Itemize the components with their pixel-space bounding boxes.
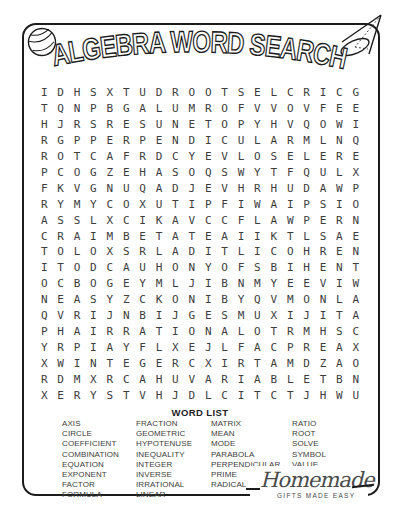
grid-cell[interactable]: Q	[52, 101, 68, 117]
grid-cell[interactable]: J	[184, 180, 200, 196]
grid-cell[interactable]: O	[184, 85, 200, 101]
grid-cell[interactable]: O	[52, 149, 68, 165]
grid-cell[interactable]: I	[134, 212, 150, 228]
grid-cell[interactable]: H	[151, 371, 167, 387]
grid-cell[interactable]: J	[184, 276, 200, 292]
grid-cell[interactable]: I	[216, 355, 232, 371]
grid-cell[interactable]: C	[331, 85, 347, 101]
grid-cell[interactable]: T	[167, 196, 183, 212]
grid-cell[interactable]: A	[167, 212, 183, 228]
grid-cell[interactable]: I	[200, 133, 216, 149]
grid-cell[interactable]: N	[69, 101, 85, 117]
grid-cell[interactable]: S	[102, 387, 118, 403]
grid-cell[interactable]: P	[282, 339, 298, 355]
grid-cell[interactable]: S	[233, 85, 249, 101]
grid-cell[interactable]: P	[298, 212, 314, 228]
grid-cell[interactable]: I	[200, 276, 216, 292]
grid-cell[interactable]: T	[348, 260, 364, 276]
grid-cell[interactable]: L	[298, 228, 314, 244]
grid-cell[interactable]: L	[249, 133, 265, 149]
grid-cell[interactable]: A	[118, 260, 134, 276]
grid-cell[interactable]: P	[348, 180, 364, 196]
grid-cell[interactable]: W	[348, 276, 364, 292]
grid-cell[interactable]: S	[167, 164, 183, 180]
grid-cell[interactable]: T	[151, 228, 167, 244]
grid-cell[interactable]: R	[69, 308, 85, 324]
grid-cell[interactable]: R	[134, 149, 150, 165]
grid-cell[interactable]: M	[102, 228, 118, 244]
grid-cell[interactable]: O	[167, 260, 183, 276]
grid-cell[interactable]: A	[151, 164, 167, 180]
grid-cell[interactable]: B	[266, 371, 282, 387]
grid-cell[interactable]: P	[200, 196, 216, 212]
grid-cell[interactable]: X	[36, 355, 52, 371]
grid-cell[interactable]: P	[85, 133, 101, 149]
grid-cell[interactable]: S	[249, 260, 265, 276]
grid-cell[interactable]: E	[118, 276, 134, 292]
grid-cell[interactable]: J	[298, 387, 314, 403]
grid-cell[interactable]: Z	[102, 164, 118, 180]
grid-cell[interactable]: O	[200, 85, 216, 101]
grid-cell[interactable]: T	[216, 244, 232, 260]
grid-cell[interactable]: H	[69, 85, 85, 101]
grid-cell[interactable]: I	[348, 117, 364, 133]
grid-cell[interactable]: K	[52, 180, 68, 196]
grid-cell[interactable]: A	[249, 371, 265, 387]
grid-cell[interactable]: H	[298, 244, 314, 260]
grid-cell[interactable]: L	[233, 323, 249, 339]
grid-cell[interactable]: E	[298, 371, 314, 387]
grid-cell[interactable]: C	[36, 228, 52, 244]
grid-cell[interactable]: R	[167, 355, 183, 371]
grid-cell[interactable]: R	[282, 133, 298, 149]
grid-cell[interactable]: A	[331, 339, 347, 355]
grid-cell[interactable]: I	[233, 228, 249, 244]
grid-cell[interactable]: D	[167, 180, 183, 196]
grid-cell[interactable]: Y	[52, 196, 68, 212]
grid-cell[interactable]: C	[167, 149, 183, 165]
grid-cell[interactable]: V	[184, 212, 200, 228]
grid-cell[interactable]: V	[134, 387, 150, 403]
grid-cell[interactable]: A	[315, 180, 331, 196]
grid-cell[interactable]: F	[36, 180, 52, 196]
grid-cell[interactable]: E	[134, 228, 150, 244]
grid-cell[interactable]: Y	[249, 164, 265, 180]
grid-cell[interactable]: P	[85, 101, 101, 117]
grid-cell[interactable]: X	[102, 85, 118, 101]
grid-cell[interactable]: M	[151, 276, 167, 292]
grid-cell[interactable]: V	[266, 292, 282, 308]
grid-cell[interactable]: R	[167, 85, 183, 101]
grid-cell[interactable]: F	[233, 339, 249, 355]
grid-cell[interactable]: A	[134, 371, 150, 387]
grid-cell[interactable]: C	[216, 387, 232, 403]
grid-cell[interactable]: Y	[200, 260, 216, 276]
grid-cell[interactable]: U	[151, 117, 167, 133]
grid-cell[interactable]: O	[167, 292, 183, 308]
grid-cell[interactable]: I	[282, 196, 298, 212]
grid-cell[interactable]: F	[134, 339, 150, 355]
grid-cell[interactable]: T	[282, 228, 298, 244]
grid-cell[interactable]: E	[315, 212, 331, 228]
grid-cell[interactable]: Z	[315, 355, 331, 371]
grid-cell[interactable]: R	[36, 196, 52, 212]
grid-cell[interactable]: Y	[266, 276, 282, 292]
grid-cell[interactable]: S	[216, 308, 232, 324]
grid-cell[interactable]: B	[134, 308, 150, 324]
grid-cell[interactable]: E	[282, 149, 298, 165]
grid-cell[interactable]: Y	[249, 117, 265, 133]
grid-cell[interactable]: F	[233, 101, 249, 117]
grid-cell[interactable]: E	[200, 149, 216, 165]
grid-cell[interactable]: R	[52, 228, 68, 244]
grid-cell[interactable]: Y	[233, 292, 249, 308]
grid-cell[interactable]: E	[348, 228, 364, 244]
grid-cell[interactable]: C	[266, 339, 282, 355]
grid-cell[interactable]: E	[184, 339, 200, 355]
grid-cell[interactable]: N	[36, 292, 52, 308]
grid-cell[interactable]: W	[282, 212, 298, 228]
grid-cell[interactable]: A	[134, 323, 150, 339]
grid-cell[interactable]: E	[151, 355, 167, 371]
grid-cell[interactable]: L	[233, 149, 249, 165]
grid-cell[interactable]: R	[134, 244, 150, 260]
grid-cell[interactable]: I	[85, 339, 101, 355]
grid-cell[interactable]: V	[52, 308, 68, 324]
grid-cell[interactable]: T	[216, 85, 232, 101]
grid-cell[interactable]: C	[85, 149, 101, 165]
grid-cell[interactable]: V	[266, 101, 282, 117]
grid-cell[interactable]: H	[151, 260, 167, 276]
grid-cell[interactable]: Q	[36, 308, 52, 324]
grid-cell[interactable]: H	[298, 260, 314, 276]
grid-cell[interactable]: N	[167, 133, 183, 149]
grid-cell[interactable]: I	[69, 355, 85, 371]
grid-cell[interactable]: N	[184, 260, 200, 276]
grid-cell[interactable]: A	[134, 101, 150, 117]
grid-cell[interactable]: D	[151, 149, 167, 165]
grid-cell[interactable]: L	[331, 164, 347, 180]
grid-cell[interactable]: R	[298, 85, 314, 101]
grid-cell[interactable]: M	[282, 292, 298, 308]
grid-cell[interactable]: I	[233, 387, 249, 403]
grid-cell[interactable]: B	[69, 276, 85, 292]
grid-cell[interactable]: G	[85, 164, 101, 180]
grid-cell[interactable]: O	[298, 292, 314, 308]
grid-cell[interactable]: D	[184, 387, 200, 403]
grid-cell[interactable]: U	[134, 260, 150, 276]
grid-cell[interactable]: V	[315, 276, 331, 292]
grid-cell[interactable]: R	[315, 244, 331, 260]
grid-cell[interactable]: W	[233, 164, 249, 180]
grid-cell[interactable]: F	[315, 101, 331, 117]
grid-cell[interactable]: E	[151, 133, 167, 149]
grid-cell[interactable]: B	[102, 101, 118, 117]
grid-cell[interactable]: X	[102, 212, 118, 228]
grid-cell[interactable]: P	[69, 133, 85, 149]
grid-cell[interactable]: Y	[118, 339, 134, 355]
grid-cell[interactable]: C	[102, 196, 118, 212]
grid-cell[interactable]: V	[298, 101, 314, 117]
grid-cell[interactable]: A	[151, 180, 167, 196]
grid-cell[interactable]: E	[200, 308, 216, 324]
grid-cell[interactable]: T	[282, 387, 298, 403]
grid-cell[interactable]: C	[266, 387, 282, 403]
grid-cell[interactable]: U	[167, 371, 183, 387]
grid-cell[interactable]: Y	[134, 276, 150, 292]
grid-cell[interactable]: D	[184, 244, 200, 260]
grid-cell[interactable]: I	[36, 260, 52, 276]
grid-cell[interactable]: T	[151, 323, 167, 339]
grid-cell[interactable]: E	[118, 117, 134, 133]
grid-cell[interactable]: H	[151, 387, 167, 403]
grid-cell[interactable]: X	[167, 339, 183, 355]
grid-cell[interactable]: C	[200, 212, 216, 228]
grid-cell[interactable]: S	[331, 323, 347, 339]
grid-cell[interactable]: I	[184, 196, 200, 212]
grid-cell[interactable]: V	[216, 180, 232, 196]
grid-cell[interactable]: L	[151, 101, 167, 117]
grid-cell[interactable]: Y	[102, 292, 118, 308]
grid-cell[interactable]: O	[69, 260, 85, 276]
grid-cell[interactable]: N	[184, 292, 200, 308]
grid-cell[interactable]: D	[85, 260, 101, 276]
grid-cell[interactable]: I	[331, 196, 347, 212]
grid-cell[interactable]: C	[216, 212, 232, 228]
grid-cell[interactable]: L	[233, 244, 249, 260]
grid-cell[interactable]: R	[69, 387, 85, 403]
grid-cell[interactable]: N	[102, 180, 118, 196]
grid-cell[interactable]: A	[331, 355, 347, 371]
grid-cell[interactable]: T	[52, 260, 68, 276]
grid-cell[interactable]: L	[331, 292, 347, 308]
grid-cell[interactable]: N	[167, 117, 183, 133]
grid-cell[interactable]: G	[85, 180, 101, 196]
grid-cell[interactable]: S	[134, 117, 150, 133]
grid-cell[interactable]: O	[118, 196, 134, 212]
grid-cell[interactable]: I	[151, 308, 167, 324]
grid-cell[interactable]: K	[151, 292, 167, 308]
grid-cell[interactable]: J	[102, 308, 118, 324]
grid-cell[interactable]: P	[233, 117, 249, 133]
grid-cell[interactable]: H	[315, 323, 331, 339]
grid-cell[interactable]: V	[216, 149, 232, 165]
grid-cell[interactable]: P	[69, 339, 85, 355]
grid-cell[interactable]: T	[118, 85, 134, 101]
grid-cell[interactable]: A	[266, 355, 282, 371]
grid-cell[interactable]: S	[118, 244, 134, 260]
grid-cell[interactable]: C	[282, 85, 298, 101]
grid-cell[interactable]: Q	[348, 133, 364, 149]
grid-cell[interactable]: R	[52, 339, 68, 355]
grid-cell[interactable]: I	[249, 244, 265, 260]
grid-cell[interactable]: Q	[298, 117, 314, 133]
grid-cell[interactable]: S	[266, 149, 282, 165]
grid-cell[interactable]: U	[134, 85, 150, 101]
grid-cell[interactable]: O	[85, 276, 101, 292]
grid-cell[interactable]: C	[52, 164, 68, 180]
grid-cell[interactable]: E	[118, 355, 134, 371]
grid-cell[interactable]: A	[36, 212, 52, 228]
grid-cell[interactable]: R	[118, 133, 134, 149]
grid-cell[interactable]: X	[200, 355, 216, 371]
grid-cell[interactable]: E	[282, 276, 298, 292]
grid-cell[interactable]: W	[249, 196, 265, 212]
grid-cell[interactable]: E	[315, 260, 331, 276]
grid-cell[interactable]: O	[315, 117, 331, 133]
grid-cell[interactable]: E	[331, 244, 347, 260]
grid-cell[interactable]: A	[266, 196, 282, 212]
grid-cell[interactable]: I	[233, 196, 249, 212]
grid-cell[interactable]: D	[52, 85, 68, 101]
grid-cell[interactable]: C	[266, 244, 282, 260]
grid-cell[interactable]: X	[85, 371, 101, 387]
grid-cell[interactable]: X	[36, 387, 52, 403]
grid-cell[interactable]: R	[102, 323, 118, 339]
grid-cell[interactable]: T	[315, 371, 331, 387]
grid-cell[interactable]: R	[200, 101, 216, 117]
grid-cell[interactable]: M	[69, 371, 85, 387]
grid-cell[interactable]: T	[249, 387, 265, 403]
grid-cell[interactable]: I	[282, 308, 298, 324]
grid-cell[interactable]: C	[184, 355, 200, 371]
grid-cell[interactable]: A	[102, 339, 118, 355]
grid-cell[interactable]: S	[85, 292, 101, 308]
grid-cell[interactable]: H	[266, 117, 282, 133]
grid-cell[interactable]: G	[102, 276, 118, 292]
grid-cell[interactable]: B	[216, 276, 232, 292]
grid-cell[interactable]: I	[249, 228, 265, 244]
grid-cell[interactable]: S	[216, 164, 232, 180]
grid-cell[interactable]: R	[233, 355, 249, 371]
grid-cell[interactable]: T	[36, 101, 52, 117]
grid-cell[interactable]: F	[216, 196, 232, 212]
grid-cell[interactable]: C	[216, 133, 232, 149]
grid-cell[interactable]: X	[266, 308, 282, 324]
grid-cell[interactable]: L	[151, 244, 167, 260]
grid-cell[interactable]: A	[249, 339, 265, 355]
grid-cell[interactable]: M	[249, 276, 265, 292]
grid-cell[interactable]: J	[200, 339, 216, 355]
grid-cell[interactable]: T	[184, 228, 200, 244]
grid-cell[interactable]: D	[298, 180, 314, 196]
grid-cell[interactable]: N	[233, 276, 249, 292]
grid-cell[interactable]: E	[315, 339, 331, 355]
grid-cell[interactable]: O	[216, 117, 232, 133]
grid-cell[interactable]: K	[151, 212, 167, 228]
grid-cell[interactable]: C	[118, 371, 134, 387]
grid-cell[interactable]: X	[134, 196, 150, 212]
grid-cell[interactable]: U	[249, 308, 265, 324]
grid-cell[interactable]: Y	[184, 149, 200, 165]
grid-cell[interactable]: O	[36, 276, 52, 292]
grid-cell[interactable]: O	[85, 244, 101, 260]
grid-cell[interactable]: T	[331, 308, 347, 324]
grid-cell[interactable]: R	[282, 323, 298, 339]
grid-cell[interactable]: T	[102, 355, 118, 371]
grid-cell[interactable]: O	[69, 164, 85, 180]
grid-cell[interactable]: W	[52, 355, 68, 371]
grid-cell[interactable]: I	[85, 308, 101, 324]
grid-cell[interactable]: V	[69, 180, 85, 196]
grid-cell[interactable]: J	[167, 308, 183, 324]
grid-cell[interactable]: U	[282, 180, 298, 196]
grid-cell[interactable]: I	[85, 323, 101, 339]
grid-cell[interactable]: B	[216, 292, 232, 308]
grid-cell[interactable]: Y	[85, 387, 101, 403]
grid-cell[interactable]: I	[282, 260, 298, 276]
grid-cell[interactable]: F	[118, 149, 134, 165]
grid-cell[interactable]: L	[85, 212, 101, 228]
grid-cell[interactable]: N	[348, 371, 364, 387]
grid-cell[interactable]: S	[315, 196, 331, 212]
grid-cell[interactable]: I	[331, 276, 347, 292]
grid-cell[interactable]: U	[315, 164, 331, 180]
grid-cell[interactable]: O	[216, 101, 232, 117]
grid-cell[interactable]: T	[249, 355, 265, 371]
grid-cell[interactable]: S	[52, 212, 68, 228]
grid-cell[interactable]: M	[233, 308, 249, 324]
grid-cell[interactable]: A	[266, 212, 282, 228]
grid-cell[interactable]: P	[298, 196, 314, 212]
grid-cell[interactable]: S	[315, 228, 331, 244]
grid-cell[interactable]: N	[348, 244, 364, 260]
grid-cell[interactable]: P	[36, 323, 52, 339]
grid-cell[interactable]: N	[200, 323, 216, 339]
grid-cell[interactable]: H	[134, 164, 150, 180]
grid-cell[interactable]: Y	[36, 339, 52, 355]
grid-cell[interactable]: R	[102, 117, 118, 133]
grid-cell[interactable]: O	[184, 323, 200, 339]
grid-cell[interactable]: E	[200, 228, 216, 244]
grid-cell[interactable]: E	[200, 180, 216, 196]
grid-cell[interactable]: X	[348, 339, 364, 355]
grid-cell[interactable]: F	[233, 260, 249, 276]
grid-cell[interactable]: U	[233, 133, 249, 149]
grid-cell[interactable]: R	[331, 212, 347, 228]
grid-cell[interactable]: I	[200, 292, 216, 308]
grid-cell[interactable]: L	[298, 149, 314, 165]
grid-cell[interactable]: C	[102, 260, 118, 276]
grid-cell[interactable]: M	[282, 355, 298, 371]
grid-cell[interactable]: M	[69, 196, 85, 212]
grid-cell[interactable]: J	[298, 308, 314, 324]
grid-cell[interactable]: R	[102, 371, 118, 387]
grid-cell[interactable]: E	[249, 85, 265, 101]
grid-cell[interactable]: O	[249, 323, 265, 339]
grid-cell[interactable]: O	[282, 244, 298, 260]
grid-cell[interactable]: E	[52, 292, 68, 308]
grid-cell[interactable]: O	[52, 244, 68, 260]
grid-cell[interactable]: M	[298, 133, 314, 149]
grid-cell[interactable]: H	[315, 387, 331, 403]
grid-cell[interactable]: R	[118, 323, 134, 339]
grid-cell[interactable]: T	[200, 117, 216, 133]
grid-cell[interactable]: K	[266, 228, 282, 244]
grid-cell[interactable]: L	[266, 85, 282, 101]
grid-cell[interactable]: E	[298, 276, 314, 292]
grid-cell[interactable]: N	[331, 260, 347, 276]
grid-cell[interactable]: E	[102, 133, 118, 149]
grid-cell[interactable]: O	[282, 101, 298, 117]
grid-cell[interactable]: R	[331, 149, 347, 165]
grid-cell[interactable]: X	[102, 244, 118, 260]
grid-cell[interactable]: R	[216, 371, 232, 387]
grid-cell[interactable]: C	[52, 276, 68, 292]
grid-cell[interactable]: O	[348, 196, 364, 212]
grid-cell[interactable]: L	[249, 212, 265, 228]
grid-cell[interactable]: F	[233, 212, 249, 228]
